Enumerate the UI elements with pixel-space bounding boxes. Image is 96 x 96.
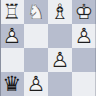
square-e3[interactable]	[72, 48, 96, 72]
chess-board: ♜♖♞♘♝♗♚♔♟♙♟♙♟♙♛♟♙	[0, 0, 96, 96]
square-e1[interactable]: ♚♔	[72, 0, 96, 24]
square-e2[interactable]: ♟♙	[72, 24, 96, 48]
white-pawn-glyph-outline: ♙	[48, 48, 72, 72]
black-queen-piece[interactable]: ♛	[0, 72, 24, 96]
board-right-edge	[95, 0, 96, 96]
square-f1[interactable]: ♝♗	[48, 0, 72, 24]
board-left-edge	[0, 0, 1, 96]
white-pawn-glyph-outline: ♙	[24, 72, 48, 96]
white-pawn-piece[interactable]: ♟♙	[0, 24, 24, 48]
square-h1[interactable]: ♜♖	[0, 0, 24, 24]
square-f3[interactable]: ♟♙	[48, 48, 72, 72]
white-pawn-piece[interactable]: ♟♙	[24, 72, 48, 96]
square-h2[interactable]: ♟♙	[0, 24, 24, 48]
square-g2[interactable]	[24, 24, 48, 48]
white-rook-glyph-outline: ♖	[0, 0, 24, 24]
white-pawn-piece[interactable]: ♟♙	[72, 24, 96, 48]
square-g4[interactable]: ♟♙	[24, 72, 48, 96]
black-queen-glyph-fill: ♛	[0, 72, 24, 96]
white-bishop-glyph-outline: ♗	[48, 0, 72, 24]
white-pawn-glyph-outline: ♙	[72, 24, 96, 48]
square-e4[interactable]	[72, 72, 96, 96]
white-knight-glyph-outline: ♘	[24, 0, 48, 24]
white-king-glyph-outline: ♔	[72, 0, 96, 24]
white-rook-piece[interactable]: ♜♖	[0, 0, 24, 24]
square-g1[interactable]: ♞♘	[24, 0, 48, 24]
white-knight-piece[interactable]: ♞♘	[24, 0, 48, 24]
square-f2[interactable]	[48, 24, 72, 48]
white-pawn-piece[interactable]: ♟♙	[48, 48, 72, 72]
square-f4[interactable]	[48, 72, 72, 96]
white-bishop-piece[interactable]: ♝♗	[48, 0, 72, 24]
square-g3[interactable]	[24, 48, 48, 72]
square-h3[interactable]	[0, 48, 24, 72]
white-king-piece[interactable]: ♚♔	[72, 0, 96, 24]
white-pawn-glyph-outline: ♙	[0, 24, 24, 48]
square-h4[interactable]: ♛	[0, 72, 24, 96]
